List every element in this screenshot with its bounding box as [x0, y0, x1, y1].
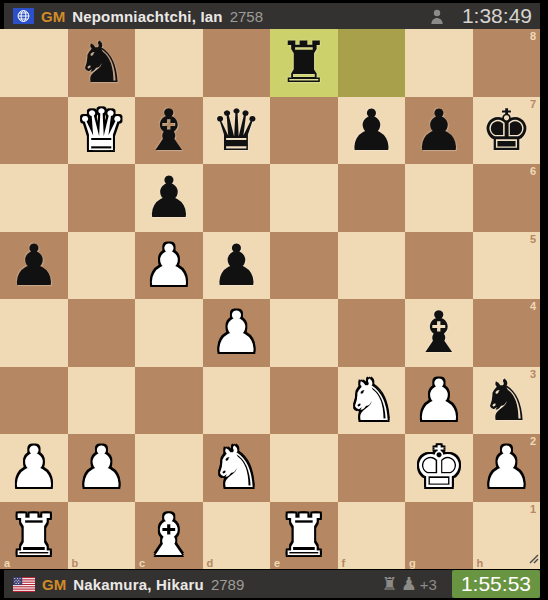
square-e5[interactable]: [270, 232, 338, 300]
top-player-title: GM: [41, 8, 65, 25]
square-d3[interactable]: [203, 367, 271, 435]
square-b8[interactable]: ♞: [68, 29, 136, 97]
black-king-h7[interactable]: ♚: [473, 97, 541, 165]
square-g1[interactable]: g: [405, 502, 473, 570]
white-knight-d2[interactable]: ♞: [203, 434, 271, 502]
black-pawn-g7[interactable]: ♟: [405, 97, 473, 165]
square-h6[interactable]: 6: [473, 164, 541, 232]
square-a2[interactable]: ♟: [0, 434, 68, 502]
top-player-bar: GM Nepomniachtchi, Ian 2758 1:38:49: [4, 3, 540, 29]
square-e4[interactable]: [270, 299, 338, 367]
square-h2[interactable]: 2♟: [473, 434, 541, 502]
square-e7[interactable]: [270, 97, 338, 165]
square-a1[interactable]: a♜: [0, 502, 68, 570]
square-g2[interactable]: ♚: [405, 434, 473, 502]
black-queen-d7[interactable]: ♛: [203, 97, 271, 165]
square-f4[interactable]: [338, 299, 406, 367]
top-player-rating: 2758: [230, 8, 263, 25]
white-rook-a1[interactable]: ♜: [0, 502, 68, 570]
square-c5[interactable]: ♟: [135, 232, 203, 300]
bottom-player-title: GM: [42, 576, 66, 593]
rank-label-6: 6: [530, 165, 536, 177]
black-bishop-g4[interactable]: ♝: [405, 299, 473, 367]
square-b5[interactable]: [68, 232, 136, 300]
square-f8[interactable]: [338, 29, 406, 97]
square-a8[interactable]: [0, 29, 68, 97]
black-pawn-d5[interactable]: ♟: [203, 232, 271, 300]
white-pawn-d4[interactable]: ♟: [203, 299, 271, 367]
chess-board[interactable]: ♞♜8♛♝♛♟♟7♚♟6♟♟♟5♟♝4♞♟3♞♟♟♞♚2♟a♜bc♝de♜fg1…: [0, 29, 540, 569]
square-h4[interactable]: 4: [473, 299, 541, 367]
square-e1[interactable]: e♜: [270, 502, 338, 570]
square-g7[interactable]: ♟: [405, 97, 473, 165]
square-c1[interactable]: c♝: [135, 502, 203, 570]
black-pawn-a5[interactable]: ♟: [0, 232, 68, 300]
square-h7[interactable]: 7♚: [473, 97, 541, 165]
square-g3[interactable]: ♟: [405, 367, 473, 435]
white-pawn-h2[interactable]: ♟: [473, 434, 541, 502]
rank-label-8: 8: [530, 30, 536, 42]
square-f3[interactable]: ♞: [338, 367, 406, 435]
square-h8[interactable]: 8: [473, 29, 541, 97]
square-b1[interactable]: b: [68, 502, 136, 570]
square-a3[interactable]: [0, 367, 68, 435]
white-king-g2[interactable]: ♚: [405, 434, 473, 502]
square-f2[interactable]: [338, 434, 406, 502]
white-bishop-c1[interactable]: ♝: [135, 502, 203, 570]
black-rook-e8[interactable]: ♜: [270, 29, 338, 97]
material-advantage: +3: [420, 576, 437, 593]
black-knight-h3[interactable]: ♞: [473, 367, 541, 435]
black-pawn-c6[interactable]: ♟: [135, 164, 203, 232]
square-b2[interactable]: ♟: [68, 434, 136, 502]
board-resize-handle-icon[interactable]: [527, 550, 539, 568]
rank-label-1: 1: [530, 503, 536, 515]
white-pawn-g3[interactable]: ♟: [405, 367, 473, 435]
square-d5[interactable]: ♟: [203, 232, 271, 300]
square-d8[interactable]: [203, 29, 271, 97]
file-label-b: b: [72, 557, 79, 569]
white-pawn-c5[interactable]: ♟: [135, 232, 203, 300]
captured-material: ♜ ♟ +3: [382, 575, 437, 593]
square-b3[interactable]: [68, 367, 136, 435]
black-knight-b8[interactable]: ♞: [68, 29, 136, 97]
rank-label-4: 4: [530, 300, 536, 312]
square-h5[interactable]: 5: [473, 232, 541, 300]
square-h3[interactable]: 3♞: [473, 367, 541, 435]
square-f6[interactable]: [338, 164, 406, 232]
square-b4[interactable]: [68, 299, 136, 367]
square-e8[interactable]: ♜: [270, 29, 338, 97]
file-label-h: h: [477, 557, 484, 569]
square-f7[interactable]: ♟: [338, 97, 406, 165]
square-e6[interactable]: [270, 164, 338, 232]
square-a4[interactable]: [0, 299, 68, 367]
bottom-player-name[interactable]: Nakamura, Hikaru: [73, 576, 204, 593]
square-d7[interactable]: ♛: [203, 97, 271, 165]
square-c7[interactable]: ♝: [135, 97, 203, 165]
square-g6[interactable]: [405, 164, 473, 232]
square-c4[interactable]: [135, 299, 203, 367]
square-g8[interactable]: [405, 29, 473, 97]
square-f1[interactable]: f: [338, 502, 406, 570]
square-c6[interactable]: ♟: [135, 164, 203, 232]
captured-pawn-icon: ♟: [401, 575, 417, 593]
square-g4[interactable]: ♝: [405, 299, 473, 367]
bottom-player-bar: GM Nakamura, Hikaru 2789 ♜ ♟ +3 1:55:53: [4, 570, 540, 598]
square-a6[interactable]: [0, 164, 68, 232]
square-c2[interactable]: [135, 434, 203, 502]
white-pawn-a2[interactable]: ♟: [0, 434, 68, 502]
rank-label-5: 5: [530, 233, 536, 245]
file-label-f: f: [342, 557, 346, 569]
file-label-d: d: [207, 557, 214, 569]
square-g5[interactable]: [405, 232, 473, 300]
top-player-clock: 1:38:49: [462, 4, 540, 28]
top-player-name[interactable]: Nepomniachtchi, Ian: [72, 8, 223, 25]
spectator-icon: [429, 8, 445, 25]
white-knight-f3[interactable]: ♞: [338, 367, 406, 435]
square-b6[interactable]: [68, 164, 136, 232]
square-d6[interactable]: [203, 164, 271, 232]
bottom-player-clock: 1:55:53: [452, 570, 540, 598]
black-bishop-c7[interactable]: ♝: [135, 97, 203, 165]
white-queen-b7[interactable]: ♛: [68, 97, 136, 165]
file-label-g: g: [409, 557, 416, 569]
bottom-player-rating: 2789: [211, 576, 244, 593]
square-e2[interactable]: [270, 434, 338, 502]
white-pawn-b2[interactable]: ♟: [68, 434, 136, 502]
square-f5[interactable]: [338, 232, 406, 300]
square-c3[interactable]: [135, 367, 203, 435]
white-rook-e1[interactable]: ♜: [270, 502, 338, 570]
square-d2[interactable]: ♞: [203, 434, 271, 502]
square-c8[interactable]: [135, 29, 203, 97]
globe-flag-icon: [13, 8, 34, 24]
square-h1[interactable]: 1h: [473, 502, 541, 570]
square-d4[interactable]: ♟: [203, 299, 271, 367]
square-e3[interactable]: [270, 367, 338, 435]
square-d1[interactable]: d: [203, 502, 271, 570]
black-pawn-f7[interactable]: ♟: [338, 97, 406, 165]
square-b7[interactable]: ♛: [68, 97, 136, 165]
us-flag-icon: [13, 577, 35, 592]
square-a7[interactable]: [0, 97, 68, 165]
chess-tv-window: GM Nepomniachtchi, Ian 2758 1:38:49 ♞♜8♛…: [0, 3, 548, 600]
square-a5[interactable]: ♟: [0, 232, 68, 300]
captured-rook-icon: ♜: [382, 575, 398, 593]
